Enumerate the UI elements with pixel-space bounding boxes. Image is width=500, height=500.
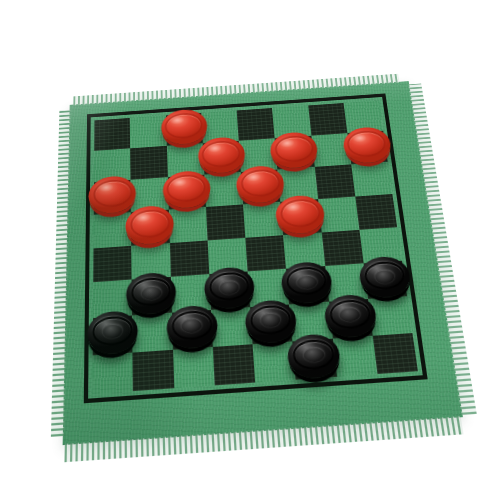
square-r2c8[interactable] — [347, 131, 388, 165]
square-r6c2[interactable] — [132, 277, 172, 315]
mat-fringe-bottom — [64, 416, 463, 462]
square-r6c4[interactable] — [209, 272, 250, 310]
square-r8c8[interactable] — [372, 333, 417, 374]
square-r1c7[interactable] — [308, 103, 347, 136]
square-r1c3[interactable] — [166, 113, 203, 146]
square-r2c4[interactable] — [203, 141, 241, 175]
square-r3c5[interactable] — [241, 169, 281, 204]
square-r2c6[interactable] — [275, 136, 314, 170]
red-checker-piece[interactable] — [160, 108, 207, 146]
square-r4c3[interactable] — [168, 207, 207, 243]
checkers-rug-mat — [63, 81, 463, 445]
square-r4c6[interactable] — [280, 199, 321, 235]
square-r4c8[interactable] — [355, 194, 397, 230]
square-r7c3[interactable] — [171, 310, 212, 350]
red-checker-piece[interactable] — [197, 136, 246, 175]
square-r4c4[interactable] — [206, 204, 246, 240]
square-r4c2[interactable] — [131, 209, 169, 245]
mat-fringe-left — [51, 110, 71, 437]
square-r8c4[interactable] — [213, 344, 256, 385]
square-r5c5[interactable] — [245, 235, 286, 272]
product-photo-scene — [0, 0, 500, 500]
square-r1c5[interactable] — [237, 108, 275, 141]
square-r7c5[interactable] — [250, 305, 292, 345]
square-r1c1[interactable] — [94, 118, 130, 151]
square-r6c6[interactable] — [286, 266, 328, 304]
square-r8c2[interactable] — [133, 350, 174, 391]
square-r5c1[interactable] — [93, 245, 132, 282]
square-r3c8[interactable] — [351, 162, 392, 197]
square-r3c3[interactable] — [167, 174, 205, 209]
square-r6c8[interactable] — [363, 261, 407, 299]
square-r8c6[interactable] — [293, 339, 337, 380]
square-r3c1[interactable] — [94, 180, 131, 215]
square-r7c1[interactable] — [93, 316, 133, 356]
square-r2c2[interactable] — [130, 146, 167, 180]
square-r8c1[interactable] — [92, 353, 133, 394]
square-r5c3[interactable] — [169, 240, 209, 277]
square-r8c3[interactable] — [173, 347, 215, 388]
square-r7c7[interactable] — [329, 299, 373, 339]
square-r5c7[interactable] — [321, 229, 363, 266]
square-r3c7[interactable] — [314, 164, 355, 199]
checkers-board — [92, 101, 418, 394]
board-border-frame — [84, 93, 428, 403]
